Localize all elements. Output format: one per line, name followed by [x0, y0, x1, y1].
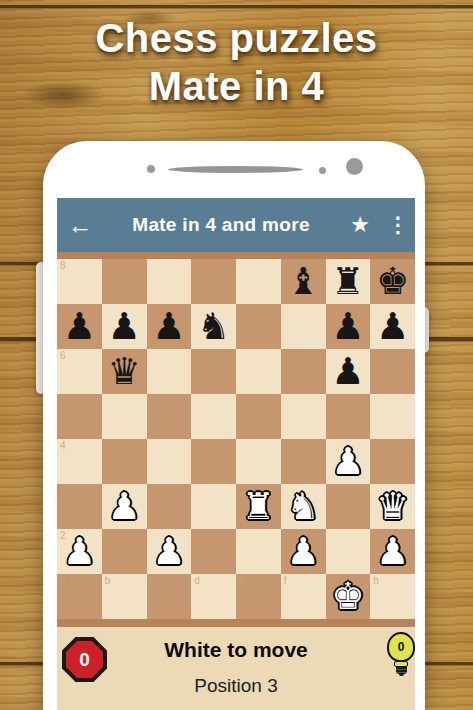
piece-white-queen[interactable]: ♛ — [376, 484, 409, 529]
square-e6[interactable] — [236, 349, 281, 394]
square-f7[interactable] — [281, 304, 326, 349]
square-f6[interactable] — [281, 349, 326, 394]
square-h3[interactable]: ♛ — [370, 484, 415, 529]
poster-title: Chess puzzles Mate in 4 — [0, 14, 473, 110]
square-f8[interactable]: ♝ — [281, 259, 326, 304]
square-b3[interactable]: ♟ — [102, 484, 147, 529]
square-c2[interactable]: ♟ — [147, 529, 192, 574]
square-b5[interactable] — [102, 394, 147, 439]
piece-black-pawn[interactable]: ♟ — [152, 304, 185, 349]
square-b7[interactable]: ♟ — [102, 304, 147, 349]
square-h2[interactable]: ♟ — [370, 529, 415, 574]
piece-black-queen[interactable]: ♛ — [108, 349, 141, 394]
piece-white-knight[interactable]: ♞ — [287, 484, 320, 529]
earpiece-speaker-icon — [168, 166, 303, 173]
square-f1[interactable]: f — [281, 574, 326, 619]
square-e3[interactable]: ♜ — [236, 484, 281, 529]
square-d4[interactable] — [191, 439, 236, 484]
square-c7[interactable]: ♟ — [147, 304, 192, 349]
square-g7[interactable]: ♟ — [326, 304, 371, 349]
board-bottom-border — [57, 619, 415, 627]
piece-white-pawn[interactable]: ♟ — [108, 484, 141, 529]
square-c1[interactable]: c — [147, 574, 192, 619]
turn-indicator: White to move — [57, 638, 415, 662]
square-e7[interactable] — [236, 304, 281, 349]
coord-label-3: 3 — [60, 485, 66, 496]
square-g1[interactable]: g♚ — [326, 574, 371, 619]
hint-button[interactable]: 0 — [387, 632, 415, 676]
coord-label-g: g — [329, 575, 335, 586]
square-b2[interactable] — [102, 529, 147, 574]
square-h4[interactable] — [370, 439, 415, 484]
appbar-title: Mate in 4 and more — [103, 214, 339, 236]
square-b1[interactable]: b — [102, 574, 147, 619]
square-g8[interactable]: ♜ — [326, 259, 371, 304]
square-h6[interactable] — [370, 349, 415, 394]
square-c8[interactable] — [147, 259, 192, 304]
square-a5[interactable]: 5 — [57, 394, 102, 439]
square-a2[interactable]: 2♟ — [57, 529, 102, 574]
piece-black-pawn[interactable]: ♟ — [108, 304, 141, 349]
square-a8[interactable]: 8 — [57, 259, 102, 304]
square-a4[interactable]: 4 — [57, 439, 102, 484]
coord-label-d: d — [194, 575, 200, 586]
square-f5[interactable] — [281, 394, 326, 439]
coord-label-4: 4 — [60, 440, 66, 451]
square-d2[interactable] — [191, 529, 236, 574]
square-b8[interactable] — [102, 259, 147, 304]
proximity-sensor-icon — [147, 165, 155, 173]
square-g3[interactable] — [326, 484, 371, 529]
square-a1[interactable]: a — [57, 574, 102, 619]
piece-black-rook[interactable]: ♜ — [331, 259, 364, 304]
square-d6[interactable] — [191, 349, 236, 394]
square-f2[interactable]: ♟ — [281, 529, 326, 574]
sensor-dot-icon — [319, 167, 326, 174]
piece-black-king[interactable]: ♚ — [376, 259, 409, 304]
piece-white-king[interactable]: ♚ — [331, 574, 364, 619]
square-e8[interactable] — [236, 259, 281, 304]
square-h8[interactable]: ♚ — [370, 259, 415, 304]
coord-label-h: h — [373, 575, 379, 586]
square-g2[interactable] — [326, 529, 371, 574]
front-camera-icon — [346, 158, 363, 175]
square-d3[interactable] — [191, 484, 236, 529]
poster-title-line2: Mate in 4 — [0, 62, 473, 110]
coord-label-b: b — [105, 575, 111, 586]
poster-title-line1: Chess puzzles — [0, 14, 473, 62]
square-c5[interactable] — [147, 394, 192, 439]
square-g5[interactable] — [326, 394, 371, 439]
square-d8[interactable] — [191, 259, 236, 304]
square-e1[interactable]: e — [236, 574, 281, 619]
wood-seam — [0, 5, 473, 9]
piece-black-knight[interactable]: ♞ — [197, 304, 230, 349]
square-a3[interactable]: 3 — [57, 484, 102, 529]
coord-label-a: a — [60, 575, 66, 586]
piece-white-rook[interactable]: ♜ — [242, 484, 275, 529]
square-d7[interactable]: ♞ — [191, 304, 236, 349]
app-bar: ← Mate in 4 and more ★ ⋮ — [57, 198, 415, 252]
piece-white-pawn[interactable]: ♟ — [287, 529, 320, 574]
square-f4[interactable] — [281, 439, 326, 484]
hint-count: 0 — [398, 640, 405, 654]
star-icon: ★ — [350, 212, 370, 237]
coord-label-6: 6 — [60, 350, 66, 361]
square-d1[interactable]: d — [191, 574, 236, 619]
overflow-menu-button[interactable]: ⋮ — [381, 213, 415, 237]
coord-label-2: 2 — [60, 530, 66, 541]
square-g4[interactable]: ♟ — [326, 439, 371, 484]
coord-label-f: f — [284, 575, 287, 586]
wood-background: { "poster": { "title_line1": "Chess puzz… — [0, 0, 473, 710]
square-a7[interactable]: 7♟ — [57, 304, 102, 349]
square-c3[interactable] — [147, 484, 192, 529]
piece-black-pawn[interactable]: ♟ — [376, 304, 409, 349]
lightbulb-icon: 0 — [387, 632, 415, 662]
piece-black-pawn[interactable]: ♟ — [331, 349, 364, 394]
square-e5[interactable] — [236, 394, 281, 439]
lightbulb-nub — [399, 674, 404, 676]
piece-white-pawn[interactable]: ♟ — [152, 529, 185, 574]
square-f3[interactable]: ♞ — [281, 484, 326, 529]
lightbulb-base — [396, 667, 407, 674]
coord-label-c: c — [150, 575, 155, 586]
status-panel: 0 White to move Position 3 0 — [57, 627, 415, 710]
square-e4[interactable] — [236, 439, 281, 484]
square-a6[interactable]: 6 — [57, 349, 102, 394]
board-top-border — [57, 252, 415, 259]
back-arrow-icon: ← — [68, 211, 93, 239]
square-c4[interactable] — [147, 439, 192, 484]
coord-label-8: 8 — [60, 260, 66, 271]
favorite-button[interactable]: ★ — [339, 212, 381, 238]
square-c6[interactable] — [147, 349, 192, 394]
position-label: Position 3 — [57, 675, 415, 697]
piece-white-pawn[interactable]: ♟ — [376, 529, 409, 574]
square-d5[interactable] — [191, 394, 236, 439]
coord-label-5: 5 — [60, 395, 66, 406]
piece-black-pawn[interactable]: ♟ — [331, 304, 364, 349]
square-h1[interactable]: h — [370, 574, 415, 619]
square-b4[interactable] — [102, 439, 147, 484]
phone-frame: ← Mate in 4 and more ★ ⋮ 8♝♜♚7♟♟♟♞♟♟6♛♟5… — [43, 141, 425, 710]
square-h5[interactable] — [370, 394, 415, 439]
square-b6[interactable]: ♛ — [102, 349, 147, 394]
chess-board: 8♝♜♚7♟♟♟♞♟♟6♛♟54♟3♟♜♞♛2♟♟♟♟abcdefg♚h — [57, 259, 415, 619]
back-button[interactable]: ← — [57, 211, 103, 240]
piece-white-pawn[interactable]: ♟ — [331, 439, 364, 484]
piece-black-pawn[interactable]: ♟ — [63, 304, 96, 349]
piece-white-pawn[interactable]: ♟ — [63, 529, 96, 574]
piece-black-bishop[interactable]: ♝ — [287, 259, 320, 304]
square-e2[interactable] — [236, 529, 281, 574]
kebab-menu-icon: ⋮ — [388, 213, 409, 236]
coord-label-7: 7 — [60, 305, 66, 316]
coord-label-e: e — [239, 575, 245, 586]
app-screen: ← Mate in 4 and more ★ ⋮ 8♝♜♚7♟♟♟♞♟♟6♛♟5… — [57, 198, 415, 710]
square-h7[interactable]: ♟ — [370, 304, 415, 349]
square-g6[interactable]: ♟ — [326, 349, 371, 394]
